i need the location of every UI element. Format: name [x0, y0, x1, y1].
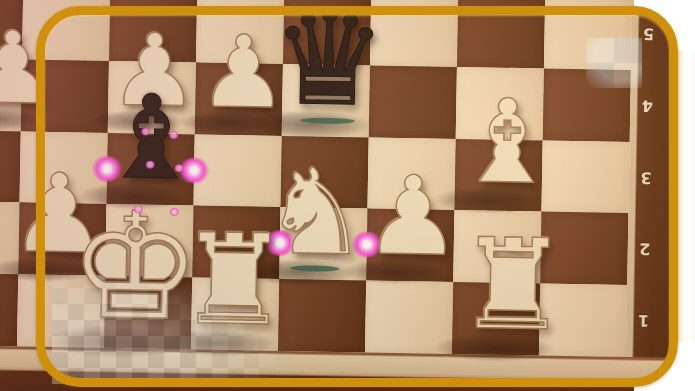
chess-board: 54321 ♟♟♟♛♝♝♟♞♟♚♜♜ [0, 0, 695, 391]
led-glint [169, 208, 179, 216]
black-queen-glyph: ♛ [270, 0, 388, 125]
led-glint [133, 205, 143, 213]
piece-white-pawn-a4[interactable]: ♟ [0, 18, 58, 119]
rank-label-5: 5 [636, 24, 660, 43]
square-a1[interactable] [0, 273, 18, 346]
piece-white-pawn-f2[interactable]: ♟ [363, 161, 462, 271]
white-pawn-glyph: ♟ [0, 18, 58, 119]
piece-white-rook-d1[interactable]: ♜ [177, 216, 291, 343]
chessboard-photo: 54321 ♟♟♟♛♝♝♟♞♟♚♜♜ [0, 0, 695, 391]
piece-white-rook-g1[interactable]: ♜ [456, 221, 570, 348]
rank-label-4: 4 [635, 96, 659, 115]
white-rook-glyph: ♜ [456, 221, 570, 348]
white-pawn-glyph: ♟ [363, 161, 462, 271]
square-h5[interactable] [544, 0, 632, 70]
white-rook-glyph: ♜ [177, 216, 291, 343]
led-glint [174, 164, 184, 172]
white-bishop-glyph: ♝ [454, 83, 559, 200]
board-frame-right [625, 0, 693, 391]
rank-label-3: 3 [634, 168, 658, 187]
piece-white-bishop-g3[interactable]: ♝ [454, 83, 559, 200]
piece-black-bishop-c3[interactable]: ♝ [98, 79, 203, 196]
black-bishop-glyph: ♝ [98, 79, 203, 196]
piece-black-queen-e4[interactable]: ♛ [270, 0, 388, 125]
led-glint [141, 127, 151, 135]
square-g5[interactable] [457, 0, 545, 68]
rank-label-2: 2 [633, 239, 657, 258]
rank-label-1: 1 [631, 311, 655, 330]
led-glint [169, 131, 179, 139]
square-e1[interactable] [278, 279, 366, 352]
led-glint [145, 161, 155, 169]
